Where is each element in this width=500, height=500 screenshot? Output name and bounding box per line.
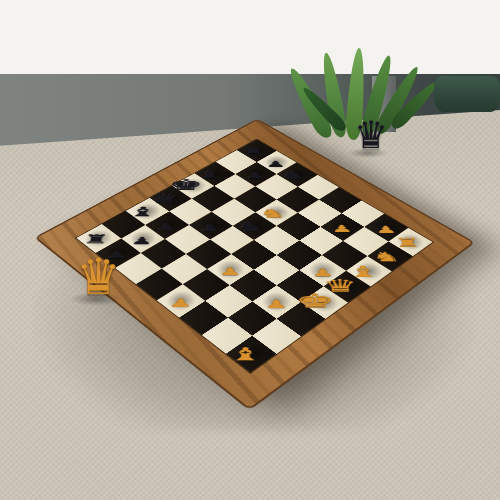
piece-shadow bbox=[348, 148, 388, 158]
white-extra-queen-offboard: ♛ bbox=[76, 252, 121, 302]
plant-pot bbox=[434, 76, 500, 112]
piece-shadow bbox=[70, 292, 122, 306]
black-extra-queen-offboard: ♛ bbox=[354, 116, 388, 154]
